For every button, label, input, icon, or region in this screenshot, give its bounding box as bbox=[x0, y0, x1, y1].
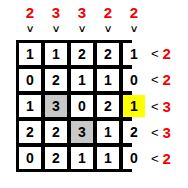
right-clue-row5: < 2 bbox=[151, 146, 181, 172]
top-clue-col3: 3 bbox=[71, 4, 93, 21]
cell-r4c4[interactable]: 1 bbox=[97, 121, 119, 143]
down-arrow-icon: ∨ bbox=[68, 22, 96, 35]
left-arrow-icon: < bbox=[151, 99, 159, 114]
cell-r5c3[interactable]: 1 bbox=[71, 147, 93, 169]
cell-r3c3[interactable]: 0 bbox=[71, 95, 93, 117]
right-clue-row4: < 3 bbox=[151, 119, 181, 145]
top-clues-row: 2 3 3 2 2 bbox=[16, 4, 148, 21]
top-arrows-row: ∨ ∨ ∨ ∨ ∨ bbox=[16, 22, 148, 35]
left-arrow-icon: < bbox=[151, 125, 159, 140]
cell-r5c5[interactable]: 0 bbox=[123, 147, 145, 169]
cell-r3c5-selected[interactable]: 1 bbox=[123, 95, 145, 117]
left-arrow-icon: < bbox=[151, 151, 159, 166]
top-clue-col4: 2 bbox=[97, 4, 119, 21]
right-clue-value: 2 bbox=[163, 45, 171, 62]
cell-r5c2[interactable]: 2 bbox=[45, 147, 67, 169]
down-arrow-icon: ∨ bbox=[16, 22, 44, 35]
cell-r4c1[interactable]: 2 bbox=[19, 121, 41, 143]
left-arrow-icon: < bbox=[151, 72, 159, 87]
cell-r2c5[interactable]: 0 bbox=[123, 69, 145, 91]
right-clue-row1: < 2 bbox=[151, 40, 181, 66]
right-clue-value: 2 bbox=[163, 71, 171, 88]
down-arrow-icon: ∨ bbox=[94, 22, 122, 35]
cell-r4c2[interactable]: 2 bbox=[45, 121, 67, 143]
right-clues-column: < 2 < 2 < 3 < 3 < 2 bbox=[151, 40, 181, 172]
cell-r3c1[interactable]: 1 bbox=[19, 95, 41, 117]
cell-r4c5[interactable]: 2 bbox=[123, 121, 145, 143]
right-clue-value: 3 bbox=[163, 98, 171, 115]
right-clue-value: 3 bbox=[163, 124, 171, 141]
top-clue-col5: 2 bbox=[123, 4, 145, 21]
cell-r4c3-marked[interactable]: 3 bbox=[71, 121, 93, 143]
cell-r1c5[interactable]: 1 bbox=[123, 43, 145, 65]
cell-r1c1[interactable]: 1 bbox=[19, 43, 41, 65]
cell-r2c3[interactable]: 1 bbox=[71, 69, 93, 91]
cell-r2c2[interactable]: 2 bbox=[45, 69, 67, 91]
left-arrow-icon: < bbox=[151, 46, 159, 61]
cell-r3c4[interactable]: 2 bbox=[97, 95, 119, 117]
cell-r5c1[interactable]: 0 bbox=[19, 147, 41, 169]
cell-r3c2-marked[interactable]: 3 bbox=[45, 95, 67, 117]
cell-r5c4[interactable]: 1 bbox=[97, 147, 119, 169]
cell-r1c2[interactable]: 1 bbox=[45, 43, 67, 65]
right-clue-value: 2 bbox=[163, 150, 171, 167]
cell-r1c3[interactable]: 2 bbox=[71, 43, 93, 65]
cell-r2c4[interactable]: 1 bbox=[97, 69, 119, 91]
puzzle-board: 1 1 2 2 1 0 2 1 1 0 1 3 0 2 1 2 2 3 1 2 … bbox=[16, 40, 132, 172]
top-clue-col1: 2 bbox=[19, 4, 41, 21]
right-clue-row3: < 3 bbox=[151, 93, 181, 119]
down-arrow-icon: ∨ bbox=[42, 22, 70, 35]
cell-r2c1[interactable]: 0 bbox=[19, 69, 41, 91]
right-clue-row2: < 2 bbox=[151, 66, 181, 92]
down-arrow-icon: ∨ bbox=[120, 22, 148, 35]
cell-r1c4[interactable]: 2 bbox=[97, 43, 119, 65]
top-clue-col2: 3 bbox=[45, 4, 67, 21]
